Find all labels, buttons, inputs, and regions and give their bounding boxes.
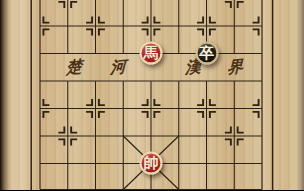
board-intersection[interactable] bbox=[114, 17, 132, 35]
board-intersection[interactable] bbox=[142, 127, 160, 145]
board-intersection[interactable] bbox=[59, 181, 77, 191]
board-intersection[interactable] bbox=[87, 181, 105, 191]
board-intersection[interactable] bbox=[31, 100, 49, 118]
board-intersection[interactable] bbox=[170, 100, 188, 118]
board-intersection[interactable] bbox=[87, 17, 105, 35]
board-intersection[interactable] bbox=[59, 17, 77, 35]
board-intersection[interactable] bbox=[31, 17, 49, 35]
red-general-glyph: 帥 bbox=[144, 151, 159, 174]
board-intersection[interactable] bbox=[142, 17, 160, 35]
board-intersection[interactable] bbox=[198, 155, 216, 173]
board-intersection[interactable] bbox=[253, 181, 271, 191]
board-intersection[interactable] bbox=[198, 17, 216, 35]
board-intersection[interactable] bbox=[87, 100, 105, 118]
board-intersection[interactable] bbox=[31, 0, 49, 13]
board-intersection[interactable] bbox=[114, 155, 132, 173]
board-intersection[interactable] bbox=[142, 100, 160, 118]
board-intersection[interactable] bbox=[198, 0, 216, 13]
board-intersection[interactable] bbox=[225, 72, 243, 90]
piece-red-horse[interactable]: 馬 bbox=[140, 41, 163, 64]
board-intersection[interactable] bbox=[170, 45, 188, 63]
board-intersection[interactable] bbox=[253, 127, 271, 145]
board-intersection[interactable] bbox=[225, 0, 243, 13]
board-intersection[interactable] bbox=[87, 127, 105, 145]
board-intersection[interactable] bbox=[31, 127, 49, 145]
board-intersection[interactable] bbox=[59, 45, 77, 63]
board-intersection[interactable] bbox=[170, 181, 188, 191]
board-intersection[interactable] bbox=[142, 0, 160, 13]
board-intersection[interactable] bbox=[59, 72, 77, 90]
board-intersection[interactable] bbox=[170, 72, 188, 90]
board-intersection[interactable] bbox=[87, 0, 105, 13]
board-intersection[interactable] bbox=[225, 155, 243, 173]
board-intersection[interactable] bbox=[114, 72, 132, 90]
piece-black-soldier[interactable]: 卒 bbox=[195, 41, 218, 64]
board-intersection[interactable] bbox=[253, 155, 271, 173]
board-intersection[interactable] bbox=[31, 72, 49, 90]
board-intersection[interactable] bbox=[87, 155, 105, 173]
board-intersection[interactable] bbox=[253, 0, 271, 13]
board-intersection[interactable] bbox=[87, 45, 105, 63]
board-intersection[interactable] bbox=[225, 127, 243, 145]
board-intersection[interactable] bbox=[59, 155, 77, 173]
board-intersection[interactable] bbox=[198, 72, 216, 90]
board-intersection[interactable] bbox=[225, 17, 243, 35]
board-intersection[interactable] bbox=[114, 100, 132, 118]
board-intersection[interactable] bbox=[114, 0, 132, 13]
board-intersection[interactable] bbox=[142, 72, 160, 90]
black-soldier-glyph: 卒 bbox=[199, 41, 214, 64]
board-intersection[interactable] bbox=[253, 17, 271, 35]
board-intersection[interactable] bbox=[170, 155, 188, 173]
board-intersection[interactable] bbox=[114, 127, 132, 145]
xiangqi-board: 楚河漢界 馬卒帥 bbox=[0, 0, 304, 190]
board-intersection[interactable] bbox=[31, 155, 49, 173]
piece-red-general[interactable]: 帥 bbox=[140, 151, 163, 174]
board-intersection[interactable] bbox=[198, 181, 216, 191]
board-intersection[interactable] bbox=[253, 72, 271, 90]
board-intersection[interactable] bbox=[225, 181, 243, 191]
board-intersection[interactable] bbox=[59, 0, 77, 13]
board-intersection[interactable] bbox=[87, 72, 105, 90]
board-intersection[interactable] bbox=[59, 127, 77, 145]
board-intersection[interactable] bbox=[31, 181, 49, 191]
board-intersection[interactable] bbox=[114, 45, 132, 63]
board-intersection[interactable] bbox=[31, 45, 49, 63]
board-intersection[interactable] bbox=[170, 17, 188, 35]
board-intersection[interactable] bbox=[170, 127, 188, 145]
board-intersection[interactable] bbox=[170, 0, 188, 13]
board-intersection[interactable] bbox=[59, 100, 77, 118]
board-intersection[interactable] bbox=[253, 100, 271, 118]
board-intersection[interactable] bbox=[198, 127, 216, 145]
board-intersection[interactable] bbox=[114, 181, 132, 191]
board-intersection[interactable] bbox=[253, 45, 271, 63]
board-intersection[interactable] bbox=[142, 181, 160, 191]
board-intersection[interactable] bbox=[225, 100, 243, 118]
board-intersection[interactable] bbox=[198, 100, 216, 118]
red-horse-glyph: 馬 bbox=[144, 41, 159, 64]
board-intersection[interactable] bbox=[225, 45, 243, 63]
